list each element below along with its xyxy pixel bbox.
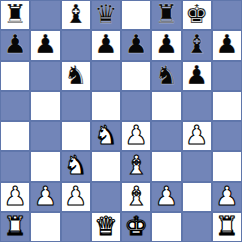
square-a4[interactable] (0, 121, 30, 151)
piece-black-pawn: ♟ (94, 31, 117, 57)
square-h7[interactable]: ♟ (212, 30, 242, 60)
square-c7[interactable] (61, 30, 91, 60)
square-f3[interactable] (151, 151, 181, 181)
square-a1[interactable]: ♜ (0, 212, 30, 242)
piece-white-bishop: ♝ (124, 183, 147, 209)
square-h3[interactable] (212, 151, 242, 181)
piece-white-pawn: ♟ (34, 183, 57, 209)
square-b5[interactable] (30, 91, 60, 121)
square-f6[interactable]: ♞ (151, 61, 181, 91)
square-b2[interactable]: ♟ (30, 182, 60, 212)
square-g1[interactable] (182, 212, 212, 242)
square-c5[interactable] (61, 91, 91, 121)
square-f7[interactable]: ♟ (151, 30, 181, 60)
square-h5[interactable] (212, 91, 242, 121)
square-a8[interactable]: ♜ (0, 0, 30, 30)
piece-black-king: ♚ (185, 1, 208, 27)
square-e1[interactable]: ♚ (121, 212, 151, 242)
square-e6[interactable] (121, 61, 151, 91)
square-d5[interactable] (91, 91, 121, 121)
piece-black-knight: ♞ (155, 62, 178, 88)
piece-black-pawn: ♟ (124, 31, 147, 57)
piece-black-bishop: ♝ (64, 1, 87, 27)
square-e8[interactable] (121, 0, 151, 30)
square-g7[interactable]: ♝ (182, 30, 212, 60)
piece-black-knight: ♞ (64, 62, 87, 88)
square-b7[interactable]: ♟ (30, 30, 60, 60)
square-d4[interactable]: ♞ (91, 121, 121, 151)
square-a7[interactable]: ♟ (0, 30, 30, 60)
square-e2[interactable]: ♝ (121, 182, 151, 212)
square-c6[interactable]: ♞ (61, 61, 91, 91)
square-a6[interactable] (0, 61, 30, 91)
piece-black-pawn: ♟ (34, 31, 57, 57)
piece-black-rook: ♜ (3, 1, 26, 27)
piece-white-rook: ♜ (215, 213, 238, 239)
square-d1[interactable]: ♛ (91, 212, 121, 242)
piece-white-king: ♚ (124, 213, 147, 239)
piece-black-queen: ♛ (94, 1, 117, 27)
square-c1[interactable] (61, 212, 91, 242)
square-d8[interactable]: ♛ (91, 0, 121, 30)
piece-black-pawn: ♟ (215, 31, 238, 57)
square-c3[interactable]: ♞ (61, 151, 91, 181)
square-e7[interactable]: ♟ (121, 30, 151, 60)
square-f8[interactable]: ♜ (151, 0, 181, 30)
square-d3[interactable] (91, 151, 121, 181)
piece-white-knight: ♞ (64, 152, 87, 178)
square-d7[interactable]: ♟ (91, 30, 121, 60)
square-g2[interactable] (182, 182, 212, 212)
square-h6[interactable] (212, 61, 242, 91)
square-g8[interactable]: ♚ (182, 0, 212, 30)
square-e5[interactable] (121, 91, 151, 121)
piece-white-pawn: ♟ (155, 183, 178, 209)
square-e3[interactable]: ♝ (121, 151, 151, 181)
chess-board: ♜♝♛♜♚♟♟♟♟♟♝♟♞♞♟♞♟♟♞♝♟♟♟♝♟♟♜♛♚♜ (0, 0, 242, 242)
square-c2[interactable]: ♟ (61, 182, 91, 212)
square-b3[interactable] (30, 151, 60, 181)
piece-white-pawn: ♟ (215, 183, 238, 209)
piece-white-rook: ♜ (3, 213, 26, 239)
square-f4[interactable] (151, 121, 181, 151)
piece-white-pawn: ♟ (64, 183, 87, 209)
square-c4[interactable] (61, 121, 91, 151)
square-b8[interactable] (30, 0, 60, 30)
square-b1[interactable] (30, 212, 60, 242)
piece-white-pawn: ♟ (3, 183, 26, 209)
piece-white-pawn: ♟ (185, 122, 208, 148)
piece-white-pawn: ♟ (124, 122, 147, 148)
square-f5[interactable] (151, 91, 181, 121)
square-f2[interactable]: ♟ (151, 182, 181, 212)
square-f1[interactable] (151, 212, 181, 242)
piece-white-knight: ♞ (94, 122, 117, 148)
square-e4[interactable]: ♟ (121, 121, 151, 151)
square-h1[interactable]: ♜ (212, 212, 242, 242)
square-h8[interactable] (212, 0, 242, 30)
square-a2[interactable]: ♟ (0, 182, 30, 212)
square-g5[interactable] (182, 91, 212, 121)
piece-black-rook: ♜ (155, 1, 178, 27)
square-g6[interactable]: ♟ (182, 61, 212, 91)
piece-black-pawn: ♟ (155, 31, 178, 57)
square-g4[interactable]: ♟ (182, 121, 212, 151)
square-b4[interactable] (30, 121, 60, 151)
square-g3[interactable] (182, 151, 212, 181)
square-c8[interactable]: ♝ (61, 0, 91, 30)
piece-black-pawn: ♟ (185, 62, 208, 88)
square-d6[interactable] (91, 61, 121, 91)
piece-black-bishop: ♝ (185, 31, 208, 57)
square-a3[interactable] (0, 151, 30, 181)
piece-white-bishop: ♝ (124, 152, 147, 178)
square-h4[interactable] (212, 121, 242, 151)
square-h2[interactable]: ♟ (212, 182, 242, 212)
square-a5[interactable] (0, 91, 30, 121)
square-d2[interactable] (91, 182, 121, 212)
piece-white-queen: ♛ (94, 213, 117, 239)
piece-black-pawn: ♟ (3, 31, 26, 57)
square-b6[interactable] (30, 61, 60, 91)
